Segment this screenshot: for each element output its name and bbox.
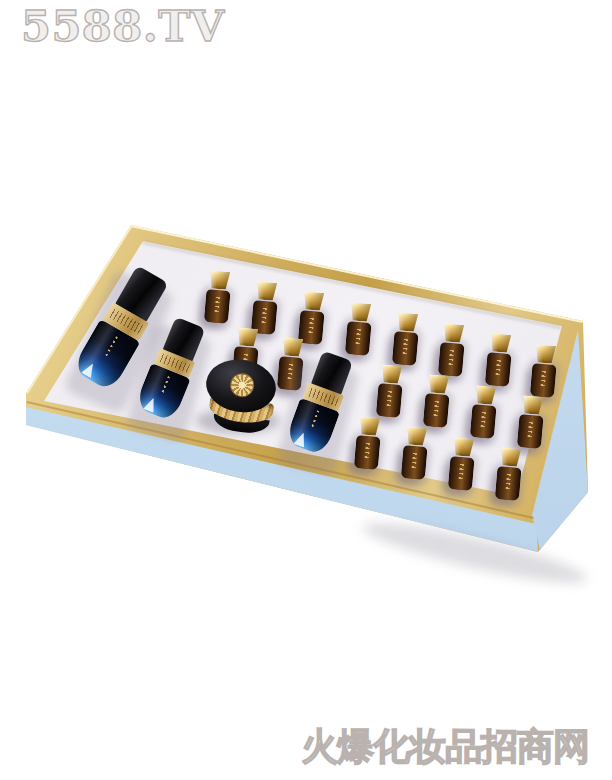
- jar-gold-emblem-icon: [229, 372, 256, 399]
- ampoule-vial: [354, 416, 382, 470]
- vial-gold-cap: [490, 333, 511, 353]
- vial-gold-cap: [500, 447, 521, 467]
- vial-glass-body: [495, 466, 522, 501]
- ampoule-vial: [470, 385, 498, 439]
- vial-gold-cap: [443, 323, 464, 343]
- vial-glass-body: [470, 404, 497, 439]
- vial-gold-cap: [428, 374, 449, 394]
- vial-gold-cap: [453, 437, 474, 457]
- vial-glass-body: [401, 445, 428, 480]
- vial-gold-cap: [381, 364, 402, 384]
- ampoule-vial: [485, 333, 513, 387]
- watermark-bottom: 火爆化妆品招商网: [301, 722, 589, 772]
- vial-gold-cap: [256, 281, 277, 301]
- vial-gold-cap: [406, 426, 427, 446]
- bottle-glint-highlight: [143, 396, 158, 413]
- page: 5588.TV 火爆化妆品招商网: [0, 0, 612, 780]
- vial-gold-cap: [282, 337, 303, 357]
- vial-glass-body: [517, 414, 544, 449]
- ampoule-vial: [392, 312, 420, 366]
- vial-glass-body: [376, 383, 403, 418]
- vial-gold-cap: [475, 385, 496, 405]
- vial-glass-body: [448, 456, 475, 491]
- ampoule-vial: [517, 395, 545, 449]
- vial-glass-body: [485, 352, 512, 387]
- ampoule-vial: [298, 291, 326, 345]
- vial-gold-cap: [303, 291, 324, 311]
- ampoule-vial: [530, 344, 558, 398]
- bottle-glint-highlight: [81, 361, 98, 379]
- bottle-glint-highlight: [294, 431, 309, 448]
- cream-jar: [206, 360, 276, 432]
- vial-glass-body: [392, 331, 419, 366]
- ampoule-vial: [251, 281, 279, 335]
- ampoule-vial: [495, 447, 523, 501]
- vial-glass-body: [345, 321, 372, 356]
- ampoule-vial: [376, 364, 404, 418]
- vial-gold-cap: [350, 302, 371, 322]
- vial-gold-cap: [397, 312, 418, 332]
- ampoule-vial: [204, 270, 232, 324]
- ampoule-vial: [401, 426, 429, 480]
- vial-gold-cap: [237, 327, 258, 347]
- ampoule-vial: [345, 302, 373, 356]
- ampoule-vial: [423, 374, 451, 428]
- vial-glass-body: [423, 393, 450, 428]
- vial-gold-cap: [359, 416, 380, 436]
- ampoule-vial: [448, 437, 476, 491]
- vial-glass-body: [354, 435, 381, 470]
- vial-glass-body: [204, 289, 231, 324]
- vial-gold-cap: [535, 344, 556, 364]
- ampoule-vial: [438, 323, 466, 377]
- watermark-top: 5588.TV: [21, 1, 225, 51]
- vial-glass-body: [530, 363, 557, 398]
- vial-glass-body: [438, 342, 465, 377]
- vial-gold-cap: [522, 395, 543, 415]
- vial-gold-cap: [209, 270, 230, 290]
